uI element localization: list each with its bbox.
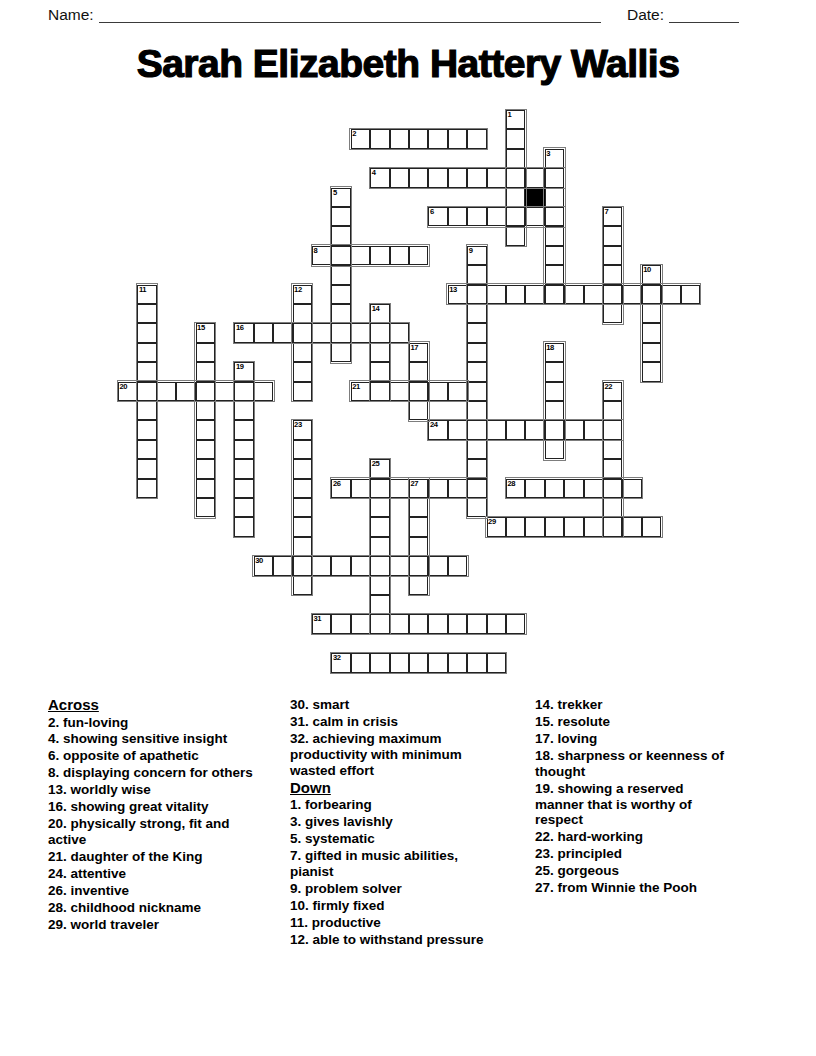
date-label: Date: — [627, 6, 664, 24]
cell-r21-c20[interactable] — [506, 517, 525, 536]
clue-across-24: 24. attentive — [48, 866, 258, 882]
cell-r21-c21[interactable] — [525, 517, 544, 536]
clue-down-23: 23. principled — [535, 846, 735, 862]
cell-r26-c15[interactable] — [409, 614, 428, 633]
cell-r3-c19[interactable] — [487, 168, 506, 187]
cell-r12-c22[interactable] — [545, 343, 564, 362]
cell-r18-c18[interactable] — [467, 459, 486, 478]
cell-r11-c7[interactable] — [254, 323, 273, 342]
cell-r15-c1[interactable] — [137, 401, 156, 420]
black-cell-r4-c21 — [525, 188, 544, 207]
clue-across-26: 26. inventive — [48, 883, 258, 899]
cell-r0-c20[interactable] — [506, 110, 525, 129]
cell-r10-c18[interactable] — [467, 304, 486, 323]
cell-r5-c20[interactable] — [506, 207, 525, 226]
cell-r10-c13[interactable] — [370, 304, 389, 323]
cell-r10-c9[interactable] — [293, 304, 312, 323]
cell-r9-c19[interactable] — [487, 285, 506, 304]
cell-r20-c9[interactable] — [293, 498, 312, 517]
cell-r7-c10[interactable] — [312, 246, 331, 265]
cell-r9-c28[interactable] — [661, 285, 680, 304]
cell-r14-c4[interactable] — [196, 382, 215, 401]
cell-r26-c19[interactable] — [487, 614, 506, 633]
cell-r8-c25[interactable] — [603, 265, 622, 284]
cell-r21-c25[interactable] — [603, 517, 622, 536]
cell-r21-c24[interactable] — [584, 517, 603, 536]
cell-r15-c15[interactable] — [409, 401, 428, 420]
cell-r28-c19[interactable] — [487, 653, 506, 672]
cell-r28-c12[interactable] — [351, 653, 370, 672]
cell-r7-c14[interactable] — [390, 246, 409, 265]
clue-across-29: 29. world traveler — [48, 917, 258, 933]
cell-r21-c13[interactable] — [370, 517, 389, 536]
cell-r11-c6[interactable] — [234, 323, 253, 342]
cell-r14-c6[interactable] — [234, 382, 253, 401]
cell-r6-c11[interactable] — [331, 226, 350, 245]
cell-r26-c10[interactable] — [312, 614, 331, 633]
clue-down-18: 18. sharpness or keenness of thought — [535, 748, 735, 780]
cell-r26-c11[interactable] — [331, 614, 350, 633]
cell-r14-c22[interactable] — [545, 382, 564, 401]
cell-r13-c9[interactable] — [293, 362, 312, 381]
cell-r3-c21[interactable] — [525, 168, 544, 187]
cell-r19-c17[interactable] — [448, 479, 467, 498]
cell-r19-c16[interactable] — [428, 479, 447, 498]
cell-r28-c16[interactable] — [428, 653, 447, 672]
cell-r11-c1[interactable] — [137, 323, 156, 342]
cell-r1-c20[interactable] — [506, 129, 525, 148]
cell-r6-c22[interactable] — [545, 226, 564, 245]
cell-r9-c22[interactable] — [545, 285, 564, 304]
cell-r3-c16[interactable] — [428, 168, 447, 187]
cell-r19-c9[interactable] — [293, 479, 312, 498]
clue-list-header-across: Across — [48, 697, 258, 714]
cell-r16-c20[interactable] — [506, 420, 525, 439]
cell-r17-c22[interactable] — [545, 440, 564, 459]
cell-r1-c16[interactable] — [428, 129, 447, 148]
cell-r26-c13[interactable] — [370, 614, 389, 633]
cell-r19-c21[interactable] — [525, 479, 544, 498]
cell-r7-c12[interactable] — [351, 246, 370, 265]
clue-across-20: 20. physically strong, fit and active — [48, 816, 258, 848]
cell-r23-c8[interactable] — [273, 556, 292, 575]
cell-r19-c24[interactable] — [584, 479, 603, 498]
cell-r11-c18[interactable] — [467, 323, 486, 342]
cell-r7-c13[interactable] — [370, 246, 389, 265]
cell-r16-c18[interactable] — [467, 420, 486, 439]
cell-r2-c22[interactable] — [545, 149, 564, 168]
cell-r20-c4[interactable] — [196, 498, 215, 517]
clue-across-16: 16. showing great vitality — [48, 799, 258, 815]
cell-r23-c10[interactable] — [312, 556, 331, 575]
cell-r20-c25[interactable] — [603, 498, 622, 517]
cell-r13-c13[interactable] — [370, 362, 389, 381]
cell-r1-c14[interactable] — [390, 129, 409, 148]
cell-r14-c16[interactable] — [428, 382, 447, 401]
cell-r23-c16[interactable] — [428, 556, 447, 575]
clue-down-11: 11. productive — [290, 915, 490, 931]
cell-r21-c23[interactable] — [564, 517, 583, 536]
cell-r9-c27[interactable] — [642, 285, 661, 304]
cell-r14-c0[interactable] — [118, 382, 137, 401]
cell-r21-c27[interactable] — [642, 517, 661, 536]
cell-r26-c14[interactable] — [390, 614, 409, 633]
cell-r13-c6[interactable] — [234, 362, 253, 381]
cell-r14-c5[interactable] — [215, 382, 234, 401]
cell-r15-c18[interactable] — [467, 401, 486, 420]
cell-r16-c21[interactable] — [525, 420, 544, 439]
cell-r24-c15[interactable] — [409, 576, 428, 595]
name-label: Name: — [48, 6, 94, 24]
cell-r14-c25[interactable] — [603, 382, 622, 401]
cell-r2-c20[interactable] — [506, 149, 525, 168]
cell-r7-c11[interactable] — [331, 246, 350, 265]
cell-r1-c18[interactable] — [467, 129, 486, 148]
clue-down-10: 10. firmly fixed — [290, 898, 490, 914]
date-blank-line — [669, 22, 739, 23]
clue-down-3: 3. gives lavishly — [290, 814, 490, 830]
cell-r28-c17[interactable] — [448, 653, 467, 672]
cell-r19-c4[interactable] — [196, 479, 215, 498]
cell-r20-c6[interactable] — [234, 498, 253, 517]
cell-r16-c16[interactable] — [428, 420, 447, 439]
cell-r11-c9[interactable] — [293, 323, 312, 342]
cell-r17-c1[interactable] — [137, 440, 156, 459]
cell-r19-c25[interactable] — [603, 479, 622, 498]
cell-r1-c12[interactable] — [351, 129, 370, 148]
cell-r12-c13[interactable] — [370, 343, 389, 362]
cell-r19-c26[interactable] — [622, 479, 641, 498]
cell-r17-c4[interactable] — [196, 440, 215, 459]
cell-r11-c10[interactable] — [312, 323, 331, 342]
cell-r19-c22[interactable] — [545, 479, 564, 498]
cell-r5-c21[interactable] — [525, 207, 544, 226]
clue-across-2: 2. fun-loving — [48, 715, 258, 731]
cell-r14-c14[interactable] — [390, 382, 409, 401]
cell-r10-c27[interactable] — [642, 304, 661, 323]
cell-r3-c18[interactable] — [467, 168, 486, 187]
cell-r28-c14[interactable] — [390, 653, 409, 672]
cell-r19-c13[interactable] — [370, 479, 389, 498]
clue-column-1: Across2. fun-loving4. showing sensitive … — [48, 697, 258, 934]
cell-r16-c9[interactable] — [293, 420, 312, 439]
cell-r13-c18[interactable] — [467, 362, 486, 381]
puzzle-title: Sarah Elizabeth Hattery Wallis — [0, 42, 816, 86]
cell-r12-c27[interactable] — [642, 343, 661, 362]
cell-r16-c22[interactable] — [545, 420, 564, 439]
cell-r18-c25[interactable] — [603, 459, 622, 478]
clue-down-1: 1. forbearing — [290, 797, 490, 813]
cell-r19-c18[interactable] — [467, 479, 486, 498]
worksheet-page: Name: Date: Sarah Elizabeth Hattery Wall… — [0, 0, 816, 1056]
cell-r23-c15[interactable] — [409, 556, 428, 575]
cell-r9-c17[interactable] — [448, 285, 467, 304]
clue-list-header-down: Down — [290, 780, 490, 797]
cell-r19-c20[interactable] — [506, 479, 525, 498]
cell-r4-c22[interactable] — [545, 188, 564, 207]
cell-r4-c11[interactable] — [331, 188, 350, 207]
cell-r4-c20[interactable] — [506, 188, 525, 207]
cell-r26-c16[interactable] — [428, 614, 447, 633]
clue-down-15: 15. resolute — [535, 714, 735, 730]
clue-across-30: 30. smart — [290, 697, 490, 713]
cell-r3-c17[interactable] — [448, 168, 467, 187]
cell-r10-c11[interactable] — [331, 304, 350, 323]
cell-r28-c15[interactable] — [409, 653, 428, 672]
cell-r5-c25[interactable] — [603, 207, 622, 226]
cell-r13-c1[interactable] — [137, 362, 156, 381]
cell-r22-c13[interactable] — [370, 537, 389, 556]
cell-r16-c23[interactable] — [564, 420, 583, 439]
cell-r9-c9[interactable] — [293, 285, 312, 304]
cell-r3-c13[interactable] — [370, 168, 389, 187]
cell-r11-c12[interactable] — [351, 323, 370, 342]
cell-r28-c11[interactable] — [331, 653, 350, 672]
cell-r15-c6[interactable] — [234, 401, 253, 420]
cell-r8-c18[interactable] — [467, 265, 486, 284]
cell-r3-c15[interactable] — [409, 168, 428, 187]
cell-r14-c15[interactable] — [409, 382, 428, 401]
cell-r11-c8[interactable] — [273, 323, 292, 342]
cell-r23-c12[interactable] — [351, 556, 370, 575]
cell-r17-c25[interactable] — [603, 440, 622, 459]
cell-r19-c1[interactable] — [137, 479, 156, 498]
clue-down-25: 25. gorgeous — [535, 863, 735, 879]
cell-r10-c1[interactable] — [137, 304, 156, 323]
cell-r23-c9[interactable] — [293, 556, 312, 575]
cell-r1-c15[interactable] — [409, 129, 428, 148]
cell-r11-c27[interactable] — [642, 323, 661, 342]
cell-r14-c12[interactable] — [351, 382, 370, 401]
clue-down-9: 9. problem solver — [290, 881, 490, 897]
cell-r7-c15[interactable] — [409, 246, 428, 265]
cell-r16-c4[interactable] — [196, 420, 215, 439]
cell-r21-c6[interactable] — [234, 517, 253, 536]
cell-r26-c20[interactable] — [506, 614, 525, 633]
clue-down-7: 7. gifted in music abilities, pianist — [290, 848, 490, 880]
cell-r14-c7[interactable] — [254, 382, 273, 401]
cell-r19-c12[interactable] — [351, 479, 370, 498]
cell-r14-c17[interactable] — [448, 382, 467, 401]
crossword-grid: 2468131620212426282930313213579101112141… — [118, 110, 701, 673]
cell-r20-c13[interactable] — [370, 498, 389, 517]
cell-r24-c9[interactable] — [293, 576, 312, 595]
cell-r17-c18[interactable] — [467, 440, 486, 459]
cell-r28-c13[interactable] — [370, 653, 389, 672]
cell-r15-c25[interactable] — [603, 401, 622, 420]
cell-r11-c4[interactable] — [196, 323, 215, 342]
cell-r19-c6[interactable] — [234, 479, 253, 498]
cell-r22-c9[interactable] — [293, 537, 312, 556]
cell-r1-c17[interactable] — [448, 129, 467, 148]
cell-r26-c18[interactable] — [467, 614, 486, 633]
cell-r5-c16[interactable] — [428, 207, 447, 226]
cell-r1-c13[interactable] — [370, 129, 389, 148]
cell-r17-c9[interactable] — [293, 440, 312, 459]
clue-down-12: 12. able to withstand pressure — [290, 932, 490, 948]
cell-r15-c22[interactable] — [545, 401, 564, 420]
cell-r14-c18[interactable] — [467, 382, 486, 401]
cell-r14-c9[interactable] — [293, 382, 312, 401]
cell-r12-c9[interactable] — [293, 343, 312, 362]
clue-column-2: 30. smart31. calm in crisis32. achieving… — [290, 697, 490, 949]
cell-r9-c24[interactable] — [584, 285, 603, 304]
cell-r24-c13[interactable] — [370, 576, 389, 595]
cell-r21-c26[interactable] — [622, 517, 641, 536]
cell-r23-c7[interactable] — [254, 556, 273, 575]
cell-r18-c9[interactable] — [293, 459, 312, 478]
cell-r19-c14[interactable] — [390, 479, 409, 498]
cell-r7-c25[interactable] — [603, 246, 622, 265]
cell-r22-c15[interactable] — [409, 537, 428, 556]
cell-r12-c11[interactable] — [331, 343, 350, 362]
cell-r12-c18[interactable] — [467, 343, 486, 362]
cell-r18-c6[interactable] — [234, 459, 253, 478]
cell-r12-c1[interactable] — [137, 343, 156, 362]
cell-r3-c14[interactable] — [390, 168, 409, 187]
cell-r21-c9[interactable] — [293, 517, 312, 536]
cell-r19-c15[interactable] — [409, 479, 428, 498]
cell-r19-c11[interactable] — [331, 479, 350, 498]
cell-r16-c19[interactable] — [487, 420, 506, 439]
cell-r11-c13[interactable] — [370, 323, 389, 342]
cell-r9-c21[interactable] — [525, 285, 544, 304]
clue-across-21: 21. daughter of the King — [48, 849, 258, 865]
cell-r8-c27[interactable] — [642, 265, 661, 284]
clue-across-32: 32. achieving maximum productivity with … — [290, 731, 490, 778]
cell-r10-c25[interactable] — [603, 304, 622, 323]
cell-r14-c3[interactable] — [176, 382, 195, 401]
clue-down-22: 22. hard-working — [535, 829, 735, 845]
clue-across-31: 31. calm in crisis — [290, 714, 490, 730]
name-blank-line — [99, 22, 601, 23]
clue-across-6: 6. opposite of apathetic — [48, 748, 258, 764]
cell-r16-c6[interactable] — [234, 420, 253, 439]
cell-r18-c1[interactable] — [137, 459, 156, 478]
cell-r11-c14[interactable] — [390, 323, 409, 342]
cell-r15-c4[interactable] — [196, 401, 215, 420]
cell-r26-c17[interactable] — [448, 614, 467, 633]
cell-r8-c11[interactable] — [331, 265, 350, 284]
cell-r14-c13[interactable] — [370, 382, 389, 401]
clue-column-3: 14. trekker15. resolute17. loving18. sha… — [535, 697, 735, 897]
cell-r19-c23[interactable] — [564, 479, 583, 498]
cell-r3-c20[interactable] — [506, 168, 525, 187]
cell-r16-c1[interactable] — [137, 420, 156, 439]
cell-r21-c22[interactable] — [545, 517, 564, 536]
cell-r6-c20[interactable] — [506, 226, 525, 245]
cell-r5-c22[interactable] — [545, 207, 564, 226]
cell-r9-c23[interactable] — [564, 285, 583, 304]
cell-r7-c18[interactable] — [467, 246, 486, 265]
cell-r13-c27[interactable] — [642, 362, 661, 381]
cell-r14-c1[interactable] — [137, 382, 156, 401]
cell-r16-c24[interactable] — [584, 420, 603, 439]
clue-down-27: 27. from Winnie the Pooh — [535, 880, 735, 896]
cell-r3-c22[interactable] — [545, 168, 564, 187]
cell-r9-c11[interactable] — [331, 285, 350, 304]
clue-across-8: 8. displaying concern for others — [48, 765, 258, 781]
clue-across-28: 28. childhood nickname — [48, 900, 258, 916]
cell-r5-c17[interactable] — [448, 207, 467, 226]
cell-r21-c19[interactable] — [487, 517, 506, 536]
cell-r6-c25[interactable] — [603, 226, 622, 245]
cell-r12-c15[interactable] — [409, 343, 428, 362]
cell-r23-c14[interactable] — [390, 556, 409, 575]
cell-r25-c13[interactable] — [370, 595, 389, 614]
cell-r9-c1[interactable] — [137, 285, 156, 304]
cell-r5-c18[interactable] — [467, 207, 486, 226]
cell-r16-c17[interactable] — [448, 420, 467, 439]
clue-down-17: 17. loving — [535, 731, 735, 747]
cell-r8-c22[interactable] — [545, 265, 564, 284]
clue-across-4: 4. showing sensitive insight — [48, 731, 258, 747]
clue-down-5: 5. systematic — [290, 831, 490, 847]
cell-r21-c15[interactable] — [409, 517, 428, 536]
cell-r23-c11[interactable] — [331, 556, 350, 575]
cell-r16-c25[interactable] — [603, 420, 622, 439]
cell-r9-c25[interactable] — [603, 285, 622, 304]
cell-r20-c15[interactable] — [409, 498, 428, 517]
cell-r5-c11[interactable] — [331, 207, 350, 226]
cell-r26-c12[interactable] — [351, 614, 370, 633]
cell-r20-c18[interactable] — [467, 498, 486, 517]
clue-across-13: 13. worldly wise — [48, 782, 258, 798]
cell-r23-c13[interactable] — [370, 556, 389, 575]
cell-r28-c18[interactable] — [467, 653, 486, 672]
clue-down-14: 14. trekker — [535, 697, 735, 713]
cell-r12-c4[interactable] — [196, 343, 215, 362]
cell-r11-c11[interactable] — [331, 323, 350, 342]
cell-r9-c29[interactable] — [681, 285, 700, 304]
cell-r13-c4[interactable] — [196, 362, 215, 381]
cell-r5-c19[interactable] — [487, 207, 506, 226]
cell-r9-c20[interactable] — [506, 285, 525, 304]
cell-r18-c13[interactable] — [370, 459, 389, 478]
cell-r14-c2[interactable] — [157, 382, 176, 401]
cell-r23-c17[interactable] — [448, 556, 467, 575]
cell-r13-c15[interactable] — [409, 362, 428, 381]
cell-r9-c18[interactable] — [467, 285, 486, 304]
cell-r18-c4[interactable] — [196, 459, 215, 478]
cell-r13-c22[interactable] — [545, 362, 564, 381]
cell-r17-c6[interactable] — [234, 440, 253, 459]
cell-r7-c22[interactable] — [545, 246, 564, 265]
clue-down-19: 19. showing a reserved manner that is wo… — [535, 781, 735, 828]
cell-r9-c26[interactable] — [622, 285, 641, 304]
